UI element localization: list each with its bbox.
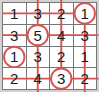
- cell-r2c4[interactable]: 3: [74, 25, 97, 46]
- cell-r2c1[interactable]: 3: [3, 25, 26, 46]
- cell-r3c2[interactable]: 3: [27, 47, 50, 68]
- number-grid: 1321354313212432: [2, 2, 97, 90]
- cell-value: 2: [57, 6, 65, 21]
- cell-r2c2[interactable]: 5: [27, 25, 50, 46]
- cell-value: 3: [10, 28, 18, 43]
- cell-value: 1: [10, 49, 18, 64]
- cell-r1c1[interactable]: 1: [3, 3, 26, 24]
- cell-r2c3[interactable]: 4: [50, 25, 73, 46]
- cell-value: 1: [81, 6, 89, 21]
- cell-value: 4: [57, 28, 65, 43]
- cell-r4c1[interactable]: 2: [3, 68, 26, 89]
- cell-r4c3[interactable]: 3: [50, 68, 73, 89]
- cell-value: 1: [81, 49, 89, 64]
- cell-value: 3: [34, 6, 42, 21]
- cell-value: 3: [34, 49, 42, 64]
- cell-r4c2[interactable]: 4: [27, 68, 50, 89]
- cell-value: 4: [34, 71, 42, 86]
- cell-value: 3: [57, 71, 65, 86]
- cell-value: 1: [10, 6, 18, 21]
- cell-r1c2[interactable]: 3: [27, 3, 50, 24]
- cell-r3c4[interactable]: 1: [74, 47, 97, 68]
- cell-r3c3[interactable]: 2: [50, 47, 73, 68]
- cell-value: 3: [81, 28, 89, 43]
- cell-value: 2: [10, 71, 18, 86]
- cell-r3c1[interactable]: 1: [3, 47, 26, 68]
- cell-r1c4[interactable]: 1: [74, 3, 97, 24]
- cell-r1c3[interactable]: 2: [50, 3, 73, 24]
- cell-r4c4[interactable]: 2: [74, 68, 97, 89]
- cell-value: 5: [34, 28, 42, 43]
- cell-value: 2: [81, 71, 89, 86]
- cell-value: 2: [57, 49, 65, 64]
- puzzle-diagram: 1321354313212432: [0, 0, 99, 92]
